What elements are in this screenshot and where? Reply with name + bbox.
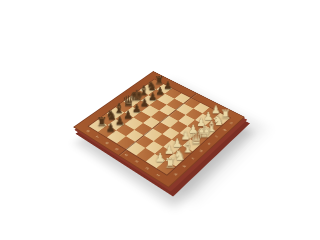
rank-label: 8 [86, 130, 91, 133]
piece-black-pawn[interactable]: ♟ [104, 122, 117, 133]
scene: ♜♞♝♛♚♝♞♜♟♟♟♟♟♟♟♟♟♟♟♟♟♟♟♟♜♞♝♛♚♝♞♜ abcdefg… [0, 0, 200, 133]
chess-board-grid: ♜♞♝♛♚♝♞♜♟♟♟♟♟♟♟♟♟♟♟♟♟♟♟♟♜♞♝♛♚♝♞♜ [87, 79, 200, 133]
piece-white-queen[interactable]: ♛ [189, 132, 200, 133]
chess-board: ♜♞♝♛♚♝♞♜♟♟♟♟♟♟♟♟♟♟♟♟♟♟♟♟♜♞♝♛♚♝♞♜ abcdefg… [73, 71, 200, 133]
